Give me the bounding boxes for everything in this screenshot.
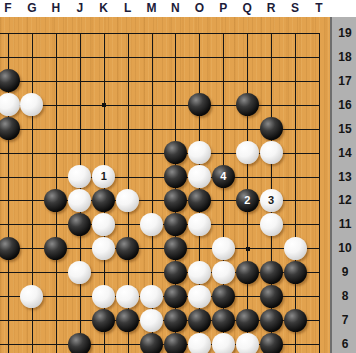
row-label-9: 9 — [342, 265, 349, 279]
row-label-18: 18 — [338, 50, 351, 64]
black-stone-H10 — [44, 237, 67, 260]
white-stone-K10 — [92, 237, 115, 260]
white-stone-K8 — [92, 285, 115, 308]
row-label-15: 15 — [338, 122, 351, 136]
black-stone-N8 — [164, 285, 187, 308]
black-stone-S7 — [284, 309, 307, 332]
row-label-16: 16 — [338, 98, 351, 112]
column-label-M: M — [147, 1, 157, 15]
move-number-label: 2 — [244, 195, 250, 206]
row-label-10: 10 — [338, 241, 351, 255]
black-stone-N9 — [164, 261, 187, 284]
white-stone-M11 — [140, 213, 163, 236]
column-label-P: P — [219, 1, 227, 15]
column-label-F: F — [4, 1, 11, 15]
black-stone-P8 — [212, 285, 235, 308]
black-stone-L10 — [116, 237, 139, 260]
black-stone-P7 — [212, 309, 235, 332]
move-number-label: 1 — [101, 171, 107, 182]
row-label-8: 8 — [342, 289, 349, 303]
black-stone-Q12: 2 — [236, 189, 259, 212]
white-stone-O9 — [188, 261, 211, 284]
row-label-17: 17 — [338, 74, 351, 88]
black-stone-Q16 — [236, 93, 259, 116]
white-stone-O13 — [188, 165, 211, 188]
white-stone-G8 — [20, 285, 43, 308]
column-label-S: S — [291, 1, 299, 15]
black-stone-N13 — [164, 165, 187, 188]
white-stone-R12: 3 — [260, 189, 283, 212]
white-stone-O14 — [188, 141, 211, 164]
column-label-J: J — [76, 1, 83, 15]
white-stone-M7 — [140, 309, 163, 332]
star-point-Q10 — [246, 247, 250, 251]
move-number-label: 3 — [268, 195, 274, 206]
black-stone-R9 — [260, 261, 283, 284]
white-stone-S10 — [284, 237, 307, 260]
white-stone-K11 — [92, 213, 115, 236]
black-stone-J11 — [68, 213, 91, 236]
column-label-G: G — [27, 1, 36, 15]
black-stone-O12 — [188, 189, 211, 212]
white-stone-R14 — [260, 141, 283, 164]
star-point-K16 — [102, 103, 106, 107]
white-stone-L12 — [116, 189, 139, 212]
column-label-L: L — [124, 1, 131, 15]
move-number-label: 4 — [220, 171, 226, 182]
black-stone-Q9 — [236, 261, 259, 284]
row-label-11: 11 — [339, 217, 352, 231]
column-label-T: T — [315, 1, 322, 15]
white-stone-P10 — [212, 237, 235, 260]
row-label-6: 6 — [342, 337, 349, 351]
column-label-Q: Q — [243, 1, 252, 15]
black-stone-N6 — [164, 333, 187, 353]
black-stone-J6 — [68, 333, 91, 353]
black-stone-O16 — [188, 93, 211, 116]
white-stone-M8 — [140, 285, 163, 308]
row-label-19: 19 — [338, 26, 351, 40]
black-stone-K12 — [92, 189, 115, 212]
white-stone-Q14 — [236, 141, 259, 164]
black-stone-R8 — [260, 285, 283, 308]
column-labels-strip: FGHJKLMNOPQRST — [0, 0, 356, 17]
white-stone-J9 — [68, 261, 91, 284]
black-stone-R7 — [260, 309, 283, 332]
column-label-O: O — [195, 1, 204, 15]
white-stone-L8 — [116, 285, 139, 308]
black-stone-N12 — [164, 189, 187, 212]
white-stone-O11 — [188, 213, 211, 236]
column-label-R: R — [267, 1, 276, 15]
black-stone-Q7 — [236, 309, 259, 332]
black-stone-K7 — [92, 309, 115, 332]
row-label-12: 12 — [338, 193, 351, 207]
black-stone-O7 — [188, 309, 211, 332]
column-label-K: K — [99, 1, 108, 15]
black-stone-P13: 4 — [212, 165, 235, 188]
white-stone-Q6 — [236, 333, 259, 353]
black-stone-S9 — [284, 261, 307, 284]
black-stone-N11 — [164, 213, 187, 236]
black-stone-R6 — [260, 333, 283, 353]
black-stone-F10 — [0, 237, 20, 260]
black-stone-N10 — [164, 237, 187, 260]
black-stone-L7 — [116, 309, 139, 332]
row-label-13: 13 — [338, 170, 351, 184]
white-stone-P9 — [212, 261, 235, 284]
white-stone-O8 — [188, 285, 211, 308]
column-label-H: H — [52, 1, 61, 15]
black-stone-R15 — [260, 117, 283, 140]
row-label-14: 14 — [338, 146, 351, 160]
black-stone-M6 — [140, 333, 163, 353]
go-board-window: 1423 FGHJKLMNOPQRST 19181716151413121110… — [0, 0, 356, 353]
white-stone-O6 — [188, 333, 211, 353]
black-stone-N14 — [164, 141, 187, 164]
row-label-7: 7 — [342, 313, 349, 327]
white-stone-P6 — [212, 333, 235, 353]
black-stone-N7 — [164, 309, 187, 332]
white-stone-R11 — [260, 213, 283, 236]
column-label-N: N — [171, 1, 180, 15]
